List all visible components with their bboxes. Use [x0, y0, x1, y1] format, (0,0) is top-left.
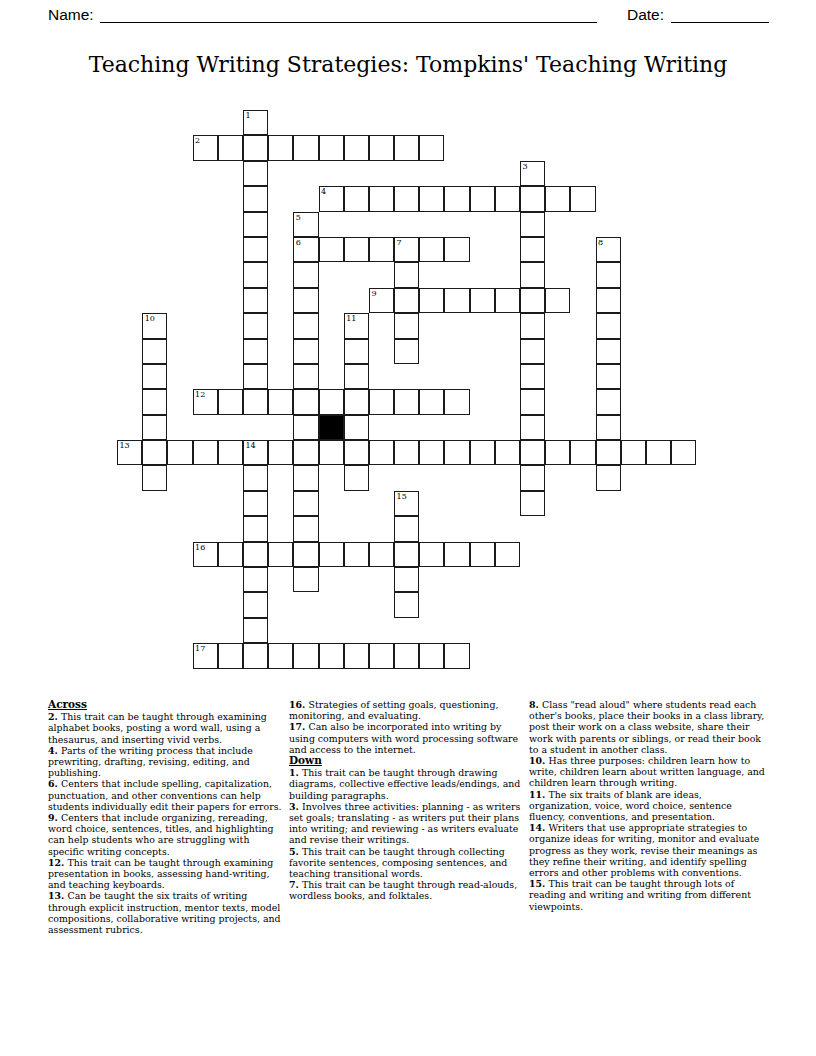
grid-cell[interactable] — [444, 440, 469, 465]
grid-cell[interactable] — [369, 542, 394, 567]
grid-cell[interactable] — [268, 389, 293, 414]
void-space — [444, 212, 469, 237]
grid-cell[interactable] — [520, 212, 545, 237]
grid-cell[interactable] — [293, 415, 318, 440]
grid-cell[interactable] — [243, 567, 268, 592]
void-space — [369, 339, 394, 364]
grid-cell[interactable]: 8 — [596, 237, 621, 262]
clue-6: 6. Centers that include spelling, capita… — [48, 778, 284, 812]
void-space — [646, 237, 671, 262]
grid-cell[interactable]: 15 — [394, 491, 419, 516]
grid-cell[interactable] — [344, 415, 369, 440]
grid-cell[interactable] — [394, 262, 419, 287]
void-space — [470, 339, 495, 364]
void-space — [142, 618, 167, 643]
grid-cell[interactable] — [319, 440, 344, 465]
grid-cell[interactable] — [495, 542, 520, 567]
void-space — [369, 618, 394, 643]
void-space — [142, 161, 167, 186]
void-space — [545, 516, 570, 541]
grid-cell[interactable] — [520, 465, 545, 490]
grid-cell[interactable] — [394, 313, 419, 338]
grid-cell[interactable] — [444, 542, 469, 567]
grid-cell[interactable] — [520, 440, 545, 465]
grid-cell[interactable] — [293, 567, 318, 592]
void-space — [117, 491, 142, 516]
grid-cell[interactable] — [142, 440, 167, 465]
grid-cell[interactable] — [243, 135, 268, 160]
grid-cell[interactable] — [319, 389, 344, 414]
grid-cell[interactable] — [520, 415, 545, 440]
grid-cell[interactable] — [520, 262, 545, 287]
grid-cell[interactable] — [419, 237, 444, 262]
grid-cell[interactable] — [369, 440, 394, 465]
void-space — [218, 364, 243, 389]
grid-cell[interactable] — [243, 339, 268, 364]
grid-cell[interactable] — [344, 465, 369, 490]
grid-cell[interactable] — [394, 440, 419, 465]
grid-cell[interactable] — [293, 313, 318, 338]
grid-cell[interactable] — [394, 135, 419, 160]
void-space — [268, 592, 293, 617]
void-space — [394, 415, 419, 440]
grid-cell[interactable] — [369, 186, 394, 211]
grid-cell[interactable] — [394, 389, 419, 414]
void-space — [671, 161, 696, 186]
grid-cell[interactable] — [444, 389, 469, 414]
grid-cell[interactable]: 17 — [193, 643, 218, 668]
grid-cell[interactable] — [293, 262, 318, 287]
grid-cell[interactable] — [243, 643, 268, 668]
grid-cell[interactable] — [470, 288, 495, 313]
across-header: Across — [48, 699, 284, 710]
clue-8: 8. Class "read aloud" where students rea… — [529, 699, 765, 755]
grid-cell[interactable] — [495, 288, 520, 313]
grid-cell[interactable] — [293, 135, 318, 160]
grid-cell[interactable] — [495, 440, 520, 465]
grid-cell[interactable]: 3 — [520, 161, 545, 186]
grid-cell[interactable] — [218, 542, 243, 567]
grid-cell[interactable] — [218, 389, 243, 414]
clue-number: 13 — [120, 441, 130, 450]
grid-cell[interactable] — [243, 491, 268, 516]
grid-cell[interactable] — [243, 364, 268, 389]
grid-cell[interactable] — [394, 643, 419, 668]
down-header: Down — [289, 755, 525, 766]
void-space — [419, 567, 444, 592]
grid-cell[interactable] — [167, 440, 192, 465]
void-space — [495, 313, 520, 338]
void-space — [570, 618, 595, 643]
void-space — [167, 491, 192, 516]
grid-cell[interactable] — [293, 288, 318, 313]
grid-cell[interactable] — [344, 364, 369, 389]
grid-cell[interactable] — [495, 186, 520, 211]
grid-cell[interactable]: 16 — [193, 542, 218, 567]
void-space — [419, 618, 444, 643]
grid-cell[interactable] — [142, 339, 167, 364]
grid-cell[interactable] — [142, 415, 167, 440]
void-space — [142, 567, 167, 592]
grid-cell[interactable] — [243, 237, 268, 262]
void-space — [671, 415, 696, 440]
grid-cell[interactable] — [545, 288, 570, 313]
grid-cell[interactable]: 14 — [243, 440, 268, 465]
grid-cell[interactable] — [369, 237, 394, 262]
grid-cell[interactable] — [319, 542, 344, 567]
grid-cell[interactable] — [243, 313, 268, 338]
void-space — [545, 110, 570, 135]
grid-cell[interactable] — [293, 364, 318, 389]
grid-cell[interactable] — [394, 339, 419, 364]
void-space — [470, 415, 495, 440]
void-space — [218, 516, 243, 541]
clue-11: 11. The six traits of blank are ideas, o… — [529, 789, 765, 823]
grid-cell[interactable] — [293, 389, 318, 414]
grid-cell[interactable]: 13 — [117, 440, 142, 465]
grid-cell[interactable] — [621, 440, 646, 465]
grid-cell[interactable] — [142, 465, 167, 490]
void-space — [142, 186, 167, 211]
void-space — [621, 618, 646, 643]
grid-cell[interactable] — [545, 440, 570, 465]
clue-10: 10. Has three purposes: children learn h… — [529, 755, 765, 789]
grid-cell[interactable] — [344, 643, 369, 668]
grid-cell[interactable] — [394, 542, 419, 567]
grid-cell[interactable]: 11 — [344, 313, 369, 338]
grid-cell[interactable] — [344, 339, 369, 364]
void-space — [470, 465, 495, 490]
grid-cell[interactable] — [293, 643, 318, 668]
grid-cell[interactable] — [596, 440, 621, 465]
void-space — [142, 212, 167, 237]
void-space — [394, 212, 419, 237]
void-space — [470, 389, 495, 414]
grid-cell[interactable] — [142, 389, 167, 414]
void-space — [596, 567, 621, 592]
void-space — [545, 491, 570, 516]
grid-cell[interactable] — [596, 465, 621, 490]
grid-cell[interactable] — [419, 288, 444, 313]
grid-cell[interactable] — [470, 440, 495, 465]
void-space — [495, 618, 520, 643]
grid-cell[interactable] — [596, 415, 621, 440]
date-fill-line[interactable] — [671, 2, 769, 23]
grid-cell[interactable] — [268, 542, 293, 567]
void-space — [193, 567, 218, 592]
void-space — [646, 110, 671, 135]
void-space — [117, 313, 142, 338]
grid-cell[interactable] — [545, 186, 570, 211]
void-space — [319, 567, 344, 592]
grid-cell[interactable] — [419, 440, 444, 465]
name-label: Name: — [48, 6, 94, 24]
void-space — [142, 542, 167, 567]
grid-cell[interactable] — [344, 389, 369, 414]
void-space — [193, 262, 218, 287]
void-space — [621, 491, 646, 516]
grid-cell[interactable] — [243, 542, 268, 567]
void-space — [319, 288, 344, 313]
void-space — [193, 313, 218, 338]
name-fill-line[interactable] — [100, 2, 597, 23]
void-space — [545, 415, 570, 440]
clue-7: 7. This trait can be taught through read… — [289, 879, 525, 901]
grid-cell[interactable] — [369, 135, 394, 160]
grid-cell[interactable]: 2 — [193, 135, 218, 160]
grid-cell[interactable] — [243, 465, 268, 490]
void-space — [495, 237, 520, 262]
grid-cell[interactable] — [243, 212, 268, 237]
grid-cell[interactable] — [268, 135, 293, 160]
void-space — [218, 288, 243, 313]
void-space — [520, 542, 545, 567]
grid-cell[interactable] — [646, 440, 671, 465]
grid-cell[interactable] — [293, 465, 318, 490]
grid-cell[interactable] — [444, 288, 469, 313]
grid-cell[interactable] — [394, 592, 419, 617]
clue-number: 14 — [245, 441, 255, 450]
void-space — [444, 415, 469, 440]
void-space — [545, 465, 570, 490]
grid-cell[interactable]: 4 — [319, 186, 344, 211]
void-space — [117, 237, 142, 262]
grid-cell[interactable] — [243, 262, 268, 287]
void-space — [419, 592, 444, 617]
void-space — [520, 135, 545, 160]
void-space — [621, 313, 646, 338]
grid-cell[interactable] — [218, 135, 243, 160]
void-space — [117, 288, 142, 313]
void-space — [545, 161, 570, 186]
grid-cell[interactable] — [344, 135, 369, 160]
grid-cell[interactable] — [596, 389, 621, 414]
clue-number: 1 — [245, 111, 250, 120]
grid-cell[interactable] — [520, 339, 545, 364]
grid-cell[interactable] — [319, 237, 344, 262]
grid-cell[interactable] — [344, 440, 369, 465]
void-space — [142, 110, 167, 135]
grid-cell[interactable] — [319, 135, 344, 160]
void-space — [646, 618, 671, 643]
void-space — [596, 643, 621, 668]
void-space — [268, 237, 293, 262]
void-space — [570, 516, 595, 541]
void-space — [167, 415, 192, 440]
void-space — [319, 262, 344, 287]
void-space — [671, 364, 696, 389]
void-space — [470, 262, 495, 287]
void-space — [621, 465, 646, 490]
grid-cell[interactable] — [419, 389, 444, 414]
grid-cell[interactable] — [344, 186, 369, 211]
void-space — [596, 161, 621, 186]
grid-cell[interactable] — [570, 440, 595, 465]
void-space — [344, 516, 369, 541]
void-space — [293, 161, 318, 186]
clue-13: 13. Can be taught the six traits of writ… — [48, 890, 284, 935]
void-space — [545, 364, 570, 389]
void-space — [193, 364, 218, 389]
void-space — [671, 212, 696, 237]
grid-cell[interactable] — [596, 288, 621, 313]
void-space — [268, 186, 293, 211]
void-space — [394, 465, 419, 490]
grid-cell[interactable] — [520, 237, 545, 262]
grid-cell[interactable] — [419, 643, 444, 668]
clue-17: 17. Can also be incorporated into writin… — [289, 721, 525, 755]
grid-cell[interactable] — [243, 592, 268, 617]
grid-cell[interactable] — [293, 542, 318, 567]
grid-cell[interactable] — [596, 262, 621, 287]
grid-cell[interactable]: 1 — [243, 110, 268, 135]
void-space — [268, 262, 293, 287]
grid-cell[interactable] — [596, 339, 621, 364]
grid-cell[interactable] — [394, 288, 419, 313]
clue-column-2: 16. Strategies of setting goals, questio… — [289, 699, 525, 902]
void-space — [671, 643, 696, 668]
grid-cell[interactable] — [520, 491, 545, 516]
void-space — [570, 567, 595, 592]
void-space — [570, 491, 595, 516]
void-space — [344, 592, 369, 617]
void-space — [293, 592, 318, 617]
grid-cell[interactable] — [520, 186, 545, 211]
void-space — [268, 465, 293, 490]
void-space — [621, 262, 646, 287]
void-space — [495, 491, 520, 516]
grid-cell[interactable] — [419, 186, 444, 211]
void-space — [596, 186, 621, 211]
grid-cell[interactable] — [293, 339, 318, 364]
grid-cell[interactable] — [369, 643, 394, 668]
grid-cell[interactable] — [394, 567, 419, 592]
void-space — [621, 516, 646, 541]
void-space — [344, 618, 369, 643]
grid-cell[interactable] — [520, 313, 545, 338]
grid-cell[interactable] — [444, 186, 469, 211]
void-space — [444, 491, 469, 516]
grid-cell[interactable] — [419, 135, 444, 160]
grid-cell[interactable] — [293, 440, 318, 465]
grid-cell[interactable] — [394, 516, 419, 541]
void-space — [167, 313, 192, 338]
grid-cell[interactable]: 5 — [293, 212, 318, 237]
grid-cell[interactable]: 7 — [394, 237, 419, 262]
grid-cell[interactable] — [369, 389, 394, 414]
void-space — [495, 643, 520, 668]
grid-cell[interactable] — [243, 618, 268, 643]
grid-cell[interactable] — [243, 389, 268, 414]
void-space — [167, 135, 192, 160]
grid-cell[interactable] — [344, 237, 369, 262]
void-space — [193, 288, 218, 313]
grid-cell[interactable] — [444, 643, 469, 668]
void-space — [621, 364, 646, 389]
void-space — [444, 135, 469, 160]
grid-cell[interactable]: 10 — [142, 313, 167, 338]
grid-cell[interactable] — [243, 186, 268, 211]
void-space — [344, 288, 369, 313]
void-space — [570, 592, 595, 617]
void-space — [470, 643, 495, 668]
void-space — [520, 592, 545, 617]
void-space — [671, 465, 696, 490]
grid-cell[interactable] — [671, 440, 696, 465]
grid-cell[interactable]: 6 — [293, 237, 318, 262]
void-space — [646, 288, 671, 313]
grid-cell[interactable] — [243, 516, 268, 541]
grid-cell[interactable] — [243, 288, 268, 313]
grid-cell[interactable] — [596, 313, 621, 338]
void-space — [167, 465, 192, 490]
void-space — [142, 262, 167, 287]
void-space — [444, 516, 469, 541]
grid-cell[interactable] — [268, 643, 293, 668]
void-space — [117, 465, 142, 490]
void-space — [344, 491, 369, 516]
grid-cell[interactable]: 12 — [193, 389, 218, 414]
grid-cell[interactable] — [243, 161, 268, 186]
void-space — [117, 339, 142, 364]
void-space — [243, 415, 268, 440]
void-space — [293, 618, 318, 643]
grid-cell[interactable] — [293, 491, 318, 516]
void-space — [444, 110, 469, 135]
grid-cell[interactable] — [293, 516, 318, 541]
void-space — [545, 262, 570, 287]
grid-cell[interactable] — [470, 186, 495, 211]
grid-cell[interactable] — [520, 288, 545, 313]
void-space — [470, 618, 495, 643]
grid-cell[interactable] — [193, 440, 218, 465]
grid-cell[interactable] — [218, 440, 243, 465]
void-space — [570, 364, 595, 389]
void-space — [545, 135, 570, 160]
grid-cell[interactable] — [419, 542, 444, 567]
clue-1: 1. This trait can be taught through draw… — [289, 767, 525, 801]
void-space — [545, 592, 570, 617]
void-space — [671, 339, 696, 364]
void-space — [596, 135, 621, 160]
grid-cell[interactable] — [520, 389, 545, 414]
grid-cell[interactable] — [268, 440, 293, 465]
void-space — [520, 618, 545, 643]
grid-cell[interactable] — [142, 364, 167, 389]
grid-cell[interactable] — [344, 542, 369, 567]
void-space — [117, 643, 142, 668]
grid-cell[interactable] — [319, 643, 344, 668]
grid-cell[interactable] — [444, 237, 469, 262]
void-space — [319, 313, 344, 338]
grid-cell[interactable] — [470, 542, 495, 567]
void-space — [495, 592, 520, 617]
grid-cell[interactable] — [218, 643, 243, 668]
grid-cell[interactable]: 9 — [369, 288, 394, 313]
grid-cell[interactable] — [596, 364, 621, 389]
grid-cell[interactable] — [394, 186, 419, 211]
void-space — [570, 237, 595, 262]
void-space — [117, 135, 142, 160]
void-space — [621, 415, 646, 440]
grid-cell[interactable] — [520, 364, 545, 389]
void-space — [268, 288, 293, 313]
grid-cell[interactable] — [570, 186, 595, 211]
void-space — [470, 161, 495, 186]
void-space — [218, 592, 243, 617]
void-space — [319, 110, 344, 135]
void-space — [671, 542, 696, 567]
